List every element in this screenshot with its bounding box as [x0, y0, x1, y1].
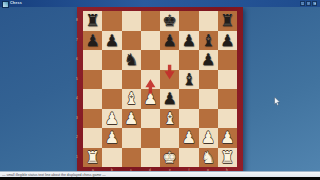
square-b7[interactable]: ♟ — [102, 31, 121, 51]
letterbox-bar — [0, 177, 320, 180]
square-f3[interactable] — [179, 109, 198, 129]
chess-board-frame: ♜♚♜♟♟♟♟♝♟♞♟♝♝♟♟♟♟♝♟♟♟♟♜♚♞♜ 87654321abcde… — [77, 6, 243, 171]
square-b2[interactable]: ♟ — [102, 128, 121, 148]
piece-white-bishop[interactable]: ♝ — [160, 109, 179, 129]
square-g8[interactable] — [199, 11, 218, 31]
square-f6[interactable] — [179, 50, 198, 70]
square-c7[interactable] — [122, 31, 141, 51]
square-e2[interactable] — [160, 128, 179, 148]
square-a6[interactable] — [83, 50, 102, 70]
square-e1[interactable]: ♚ — [160, 148, 179, 168]
square-d5[interactable] — [141, 70, 160, 90]
square-h5[interactable] — [218, 70, 237, 90]
piece-black-bishop[interactable]: ♝ — [199, 31, 218, 51]
square-c8[interactable] — [122, 11, 141, 31]
square-a4[interactable] — [83, 89, 102, 109]
square-e4[interactable]: ♟ — [160, 89, 179, 109]
square-e5[interactable] — [160, 70, 179, 90]
piece-black-pawn[interactable]: ♟ — [160, 31, 179, 51]
square-g7[interactable]: ♝ — [199, 31, 218, 51]
square-g5[interactable] — [199, 70, 218, 90]
square-b5[interactable] — [102, 70, 121, 90]
piece-white-pawn[interactable]: ♟ — [141, 89, 160, 109]
square-c4[interactable]: ♝ — [122, 89, 141, 109]
app-icon — [2, 1, 9, 8]
square-h2[interactable]: ♟ — [218, 128, 237, 148]
square-b3[interactable]: ♟ — [102, 109, 121, 129]
piece-black-pawn[interactable]: ♟ — [199, 50, 218, 70]
piece-black-pawn[interactable]: ♟ — [83, 31, 102, 51]
rank-label-8: 8 — [75, 19, 79, 22]
square-a5[interactable] — [83, 70, 102, 90]
rank-label-1: 1 — [75, 156, 79, 159]
square-f5[interactable]: ♝ — [179, 70, 198, 90]
window-title: Chess — [10, 1, 22, 5]
square-h8[interactable]: ♜ — [218, 11, 237, 31]
square-d3[interactable] — [141, 109, 160, 129]
square-a1[interactable]: ♜ — [83, 148, 102, 168]
piece-black-king[interactable]: ♚ — [160, 11, 179, 31]
titlebar: Chess – ▢ ✕ — [0, 0, 320, 7]
square-b4[interactable] — [102, 89, 121, 109]
chess-board: ♜♚♜♟♟♟♟♝♟♞♟♝♝♟♟♟♟♝♟♟♟♟♜♚♞♜ — [83, 11, 237, 167]
piece-white-pawn[interactable]: ♟ — [218, 128, 237, 148]
close-button[interactable]: ✕ — [312, 1, 317, 6]
square-d6[interactable] — [141, 50, 160, 70]
piece-black-pawn[interactable]: ♟ — [218, 31, 237, 51]
square-e7[interactable]: ♟ — [160, 31, 179, 51]
square-d7[interactable] — [141, 31, 160, 51]
piece-white-pawn[interactable]: ♟ — [122, 109, 141, 129]
square-f4[interactable] — [179, 89, 198, 109]
square-a2[interactable] — [83, 128, 102, 148]
square-f2[interactable]: ♟ — [179, 128, 198, 148]
square-e3[interactable]: ♝ — [160, 109, 179, 129]
square-f1[interactable] — [179, 148, 198, 168]
square-c6[interactable]: ♞ — [122, 50, 141, 70]
square-c5[interactable] — [122, 70, 141, 90]
piece-white-pawn[interactable]: ♟ — [102, 109, 121, 129]
square-h6[interactable] — [218, 50, 237, 70]
minimize-button[interactable]: – — [300, 1, 305, 6]
window-controls: – ▢ ✕ — [300, 1, 317, 6]
rank-label-7: 7 — [75, 39, 79, 42]
piece-white-rook[interactable]: ♜ — [218, 148, 237, 168]
square-g3[interactable] — [199, 109, 218, 129]
status-text: — small illegible status text line about… — [2, 173, 106, 176]
square-g2[interactable]: ♟ — [199, 128, 218, 148]
mouse-cursor — [274, 92, 281, 110]
piece-black-pawn[interactable]: ♟ — [160, 89, 179, 109]
maximize-button[interactable]: ▢ — [306, 1, 311, 6]
square-d4[interactable]: ♟ — [141, 89, 160, 109]
piece-black-bishop[interactable]: ♝ — [179, 70, 198, 90]
square-f8[interactable] — [179, 11, 198, 31]
rank-label-6: 6 — [75, 58, 79, 61]
square-g4[interactable] — [199, 89, 218, 109]
piece-black-rook[interactable]: ♜ — [218, 11, 237, 31]
piece-white-pawn[interactable]: ♟ — [179, 128, 198, 148]
rank-label-2: 2 — [75, 136, 79, 139]
square-c2[interactable] — [122, 128, 141, 148]
square-c1[interactable] — [122, 148, 141, 168]
square-e8[interactable]: ♚ — [160, 11, 179, 31]
piece-white-king[interactable]: ♚ — [160, 148, 179, 168]
square-a7[interactable]: ♟ — [83, 31, 102, 51]
piece-black-knight[interactable]: ♞ — [122, 50, 141, 70]
square-e6[interactable] — [160, 50, 179, 70]
square-a3[interactable] — [83, 109, 102, 129]
piece-black-rook[interactable]: ♜ — [83, 11, 102, 31]
piece-white-bishop[interactable]: ♝ — [122, 89, 141, 109]
piece-black-pawn[interactable]: ♟ — [102, 31, 121, 51]
square-h4[interactable] — [218, 89, 237, 109]
rank-label-4: 4 — [75, 97, 79, 100]
square-b8[interactable] — [102, 11, 121, 31]
piece-white-rook[interactable]: ♜ — [83, 148, 102, 168]
square-d8[interactable] — [141, 11, 160, 31]
rank-label-5: 5 — [75, 78, 79, 81]
square-h1[interactable]: ♜ — [218, 148, 237, 168]
square-h3[interactable] — [218, 109, 237, 129]
piece-white-knight[interactable]: ♞ — [199, 148, 218, 168]
square-b6[interactable] — [102, 50, 121, 70]
square-g6[interactable]: ♟ — [199, 50, 218, 70]
square-f7[interactable]: ♟ — [179, 31, 198, 51]
square-a8[interactable]: ♜ — [83, 11, 102, 31]
rank-label-3: 3 — [75, 117, 79, 120]
square-h7[interactable]: ♟ — [218, 31, 237, 51]
square-c3[interactable]: ♟ — [122, 109, 141, 129]
square-g1[interactable]: ♞ — [199, 148, 218, 168]
square-d1[interactable] — [141, 148, 160, 168]
square-b1[interactable] — [102, 148, 121, 168]
piece-black-pawn[interactable]: ♟ — [179, 31, 198, 51]
square-d2[interactable] — [141, 128, 160, 148]
piece-white-pawn[interactable]: ♟ — [199, 128, 218, 148]
piece-white-pawn[interactable]: ♟ — [102, 128, 121, 148]
